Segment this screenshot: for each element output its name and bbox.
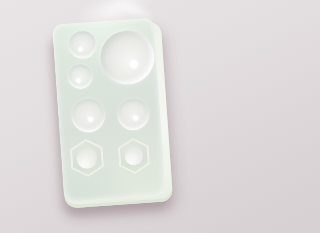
cavity-round-medium-right <box>116 97 150 131</box>
cavity-hexagon-left-facet <box>71 140 102 176</box>
silicone-mold <box>52 18 166 203</box>
cavity-round-small-mid <box>67 63 94 90</box>
cavity-dome-large <box>98 29 156 87</box>
cavity-hexagon-right-dome-highlight <box>123 144 144 166</box>
cavity-round-small-top <box>67 30 97 60</box>
cavity-hexagon-right <box>117 137 150 175</box>
cavity-hexagon-right-facet <box>119 139 148 173</box>
cavity-hexagon-left-dome-highlight <box>76 146 98 169</box>
cavity-round-medium-left <box>70 97 106 133</box>
cavity-hexagon-left <box>69 138 105 178</box>
